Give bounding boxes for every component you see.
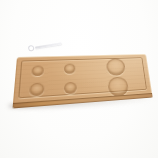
pit-top-middle[interactable] <box>64 64 75 74</box>
hang-tag <box>27 37 62 54</box>
tag-string <box>35 42 62 48</box>
tag-ring-icon <box>28 45 35 52</box>
photo-canvas <box>0 0 158 158</box>
pit-top-right[interactable] <box>106 58 126 76</box>
pit-bottom-middle[interactable] <box>63 81 76 93</box>
pit-bottom-left[interactable] <box>29 83 44 97</box>
pit-top-left[interactable] <box>31 65 44 76</box>
